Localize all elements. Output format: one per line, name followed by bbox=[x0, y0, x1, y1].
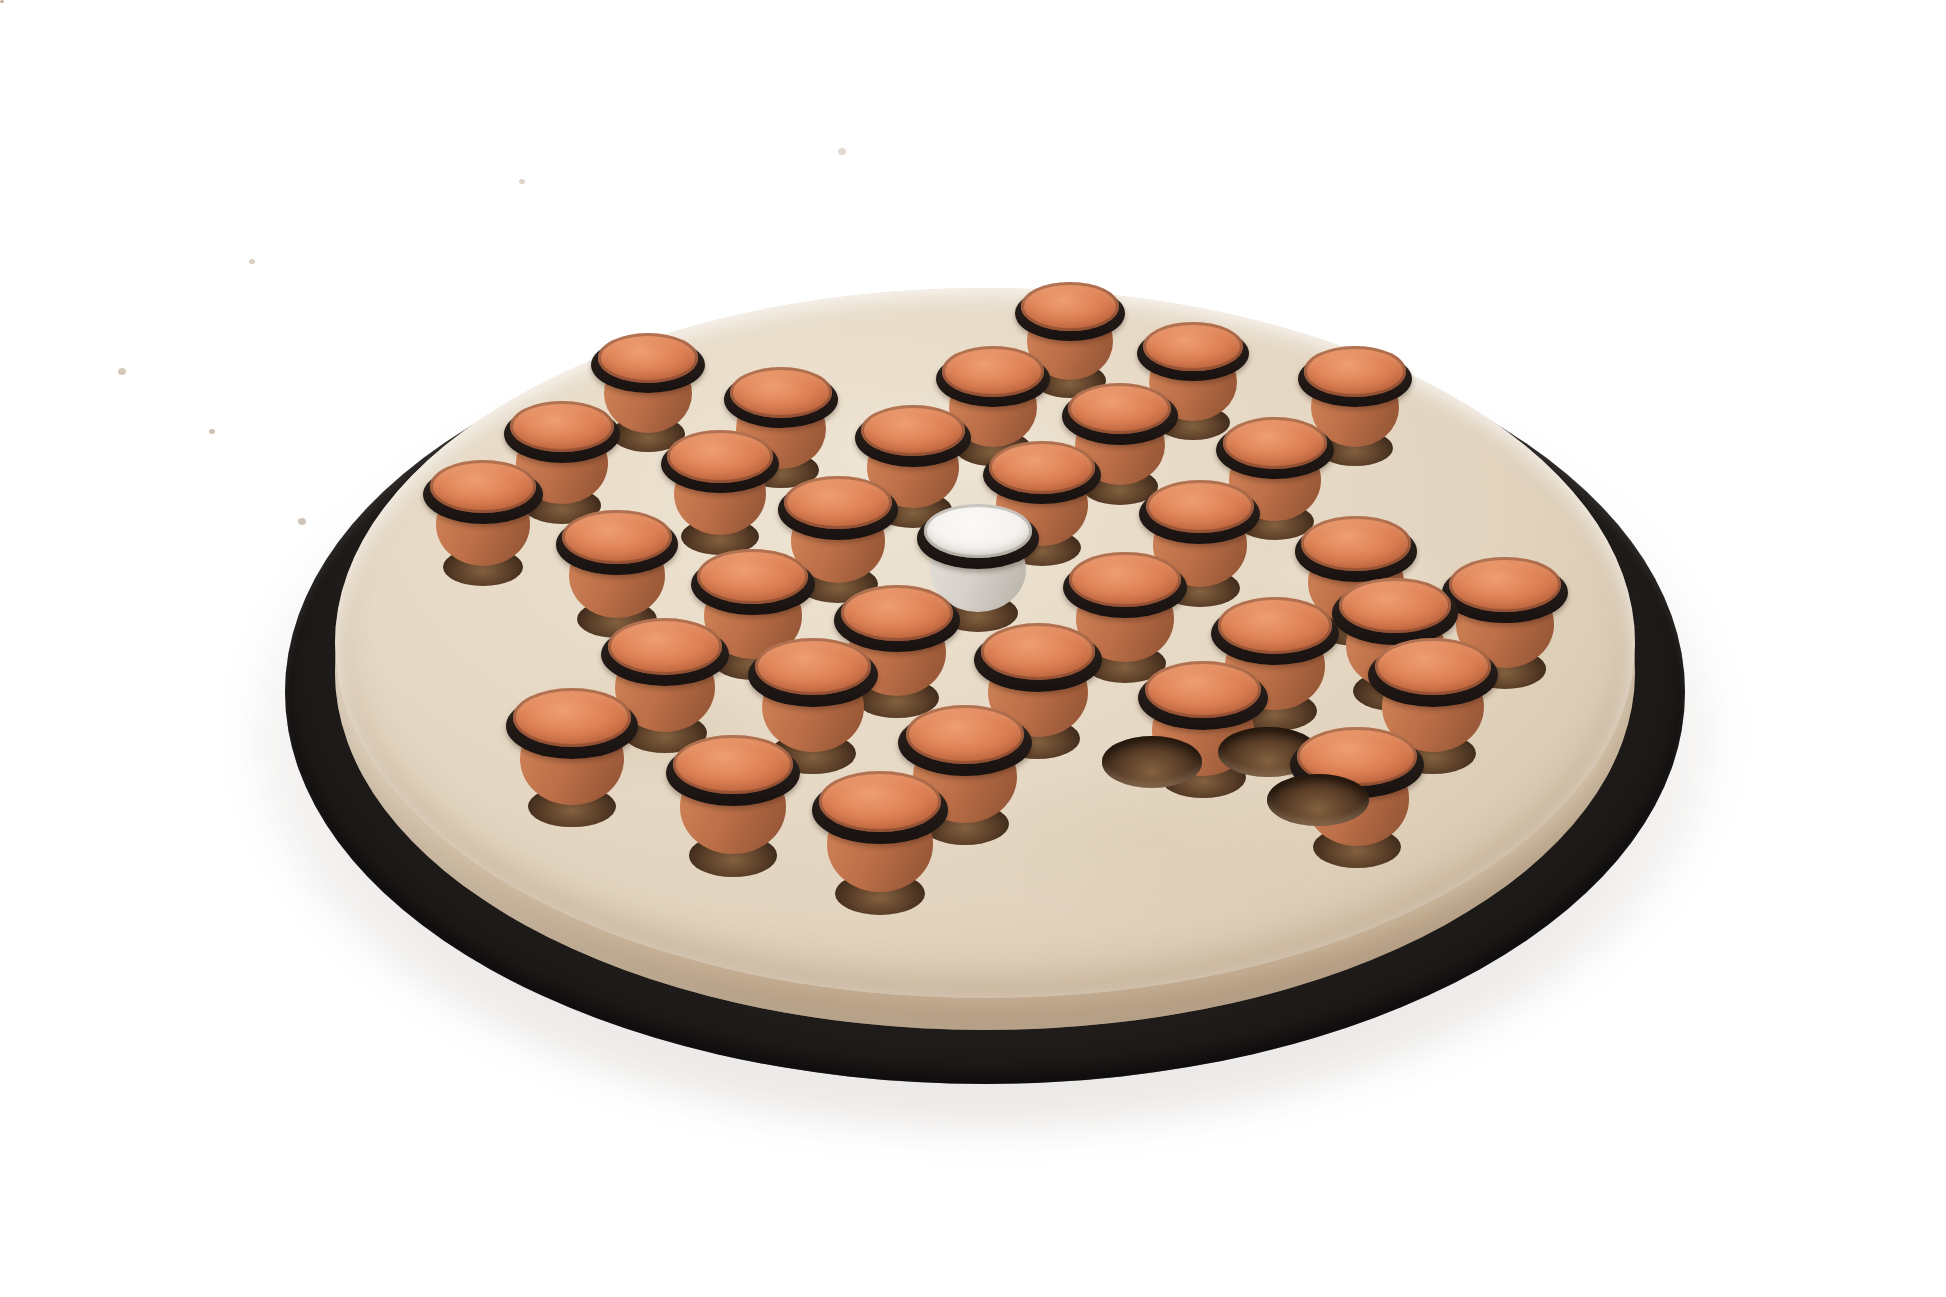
solitaire-scene: Round travertine peg solitaire board wit… bbox=[0, 0, 1946, 1297]
peg-face bbox=[1339, 578, 1451, 634]
peg-face bbox=[730, 367, 832, 418]
peg-face bbox=[1449, 557, 1560, 612]
white-peg-face bbox=[924, 504, 1033, 558]
peg-face bbox=[1145, 661, 1261, 719]
peg-face bbox=[1143, 322, 1243, 372]
empty-hole[interactable] bbox=[1102, 736, 1202, 787]
peg-face bbox=[784, 476, 892, 529]
peg-face bbox=[608, 618, 722, 675]
peg[interactable] bbox=[423, 460, 543, 586]
peg[interactable] bbox=[661, 430, 779, 554]
peg-face bbox=[1304, 346, 1405, 396]
peg-face bbox=[697, 549, 808, 604]
peg[interactable] bbox=[812, 771, 949, 915]
peg-face bbox=[1146, 480, 1254, 533]
peg-face bbox=[1069, 552, 1180, 607]
peg-face bbox=[906, 705, 1025, 764]
peg-face bbox=[667, 430, 772, 482]
peg-face bbox=[989, 441, 1095, 494]
peg-face bbox=[562, 510, 671, 564]
peg-face bbox=[430, 460, 537, 513]
peg-face bbox=[841, 585, 954, 641]
peg[interactable] bbox=[506, 688, 638, 827]
peg-face bbox=[1218, 597, 1331, 653]
stone-pores bbox=[0, 0, 4, 3]
peg-face bbox=[1021, 282, 1119, 331]
peg-face bbox=[819, 771, 941, 831]
peg-face bbox=[755, 638, 870, 695]
peg-face bbox=[598, 333, 699, 383]
peg-face bbox=[513, 688, 631, 746]
peg-face bbox=[942, 346, 1043, 396]
peg-face bbox=[1301, 516, 1410, 570]
peg-face bbox=[861, 405, 965, 457]
peg-face bbox=[1375, 638, 1490, 695]
empty-hole[interactable] bbox=[1267, 774, 1368, 826]
peg-face bbox=[673, 735, 793, 795]
peg-face bbox=[981, 623, 1096, 680]
peg-face bbox=[1223, 417, 1328, 469]
peg[interactable] bbox=[666, 735, 801, 877]
peg-face bbox=[510, 401, 614, 453]
